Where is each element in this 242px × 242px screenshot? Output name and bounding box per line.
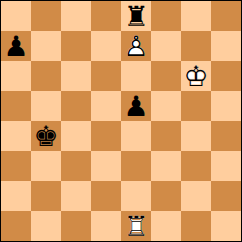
square-d4[interactable] bbox=[91, 121, 121, 151]
square-c4[interactable] bbox=[61, 121, 91, 151]
square-a5[interactable] bbox=[1, 91, 31, 121]
square-b5[interactable] bbox=[31, 91, 61, 121]
square-d5[interactable] bbox=[91, 91, 121, 121]
square-d3[interactable] bbox=[91, 151, 121, 181]
piece-white-rook-e1[interactable]: ♜♖ bbox=[121, 211, 151, 241]
square-c3[interactable] bbox=[61, 151, 91, 181]
black-pawn-icon: ♟ bbox=[1, 31, 31, 61]
piece-black-pawn-a7[interactable]: ♟ bbox=[1, 31, 31, 61]
square-c7[interactable] bbox=[61, 31, 91, 61]
square-f4[interactable] bbox=[151, 121, 181, 151]
square-a6[interactable] bbox=[1, 61, 31, 91]
square-b6[interactable] bbox=[31, 61, 61, 91]
square-a4[interactable] bbox=[1, 121, 31, 151]
square-g6[interactable]: ♚♔ bbox=[181, 61, 211, 91]
square-e6[interactable] bbox=[121, 61, 151, 91]
piece-black-rook-e8[interactable]: ♜ bbox=[121, 1, 151, 31]
square-h3[interactable] bbox=[211, 151, 241, 181]
square-g8[interactable] bbox=[181, 1, 211, 31]
square-b1[interactable] bbox=[31, 211, 61, 241]
square-d6[interactable] bbox=[91, 61, 121, 91]
square-g1[interactable] bbox=[181, 211, 211, 241]
square-d1[interactable] bbox=[91, 211, 121, 241]
black-rook-icon: ♜ bbox=[121, 1, 151, 31]
square-c1[interactable] bbox=[61, 211, 91, 241]
square-d8[interactable] bbox=[91, 1, 121, 31]
square-g5[interactable] bbox=[181, 91, 211, 121]
square-a3[interactable] bbox=[1, 151, 31, 181]
black-king-icon: ♚ bbox=[31, 121, 61, 151]
chess-board: ♜♟♟♙♚♔♟♚♜♖ bbox=[0, 0, 242, 242]
white-king-outline-icon: ♔ bbox=[181, 61, 211, 91]
square-h6[interactable] bbox=[211, 61, 241, 91]
square-f1[interactable] bbox=[151, 211, 181, 241]
square-g2[interactable] bbox=[181, 181, 211, 211]
square-e4[interactable] bbox=[121, 121, 151, 151]
piece-white-king-g6[interactable]: ♚♔ bbox=[181, 61, 211, 91]
square-f3[interactable] bbox=[151, 151, 181, 181]
square-b3[interactable] bbox=[31, 151, 61, 181]
white-rook-outline-icon: ♖ bbox=[121, 211, 151, 241]
square-g7[interactable] bbox=[181, 31, 211, 61]
square-a1[interactable] bbox=[1, 211, 31, 241]
square-e5[interactable]: ♟ bbox=[121, 91, 151, 121]
square-f5[interactable] bbox=[151, 91, 181, 121]
square-c8[interactable] bbox=[61, 1, 91, 31]
square-e2[interactable] bbox=[121, 181, 151, 211]
square-f2[interactable] bbox=[151, 181, 181, 211]
white-pawn-outline-icon: ♙ bbox=[121, 31, 151, 61]
square-c6[interactable] bbox=[61, 61, 91, 91]
piece-white-pawn-e7[interactable]: ♟♙ bbox=[121, 31, 151, 61]
square-g4[interactable] bbox=[181, 121, 211, 151]
square-b7[interactable] bbox=[31, 31, 61, 61]
square-e3[interactable] bbox=[121, 151, 151, 181]
square-b2[interactable] bbox=[31, 181, 61, 211]
square-e7[interactable]: ♟♙ bbox=[121, 31, 151, 61]
square-f8[interactable] bbox=[151, 1, 181, 31]
square-h2[interactable] bbox=[211, 181, 241, 211]
square-a8[interactable] bbox=[1, 1, 31, 31]
square-d7[interactable] bbox=[91, 31, 121, 61]
square-c2[interactable] bbox=[61, 181, 91, 211]
square-f6[interactable] bbox=[151, 61, 181, 91]
square-e8[interactable]: ♜ bbox=[121, 1, 151, 31]
square-f7[interactable] bbox=[151, 31, 181, 61]
square-b4[interactable]: ♚ bbox=[31, 121, 61, 151]
square-e1[interactable]: ♜♖ bbox=[121, 211, 151, 241]
square-b8[interactable] bbox=[31, 1, 61, 31]
piece-black-king-b4[interactable]: ♚ bbox=[31, 121, 61, 151]
black-pawn-icon: ♟ bbox=[121, 91, 151, 121]
square-a7[interactable]: ♟ bbox=[1, 31, 31, 61]
square-h7[interactable] bbox=[211, 31, 241, 61]
square-d2[interactable] bbox=[91, 181, 121, 211]
piece-black-pawn-e5[interactable]: ♟ bbox=[121, 91, 151, 121]
square-h1[interactable] bbox=[211, 211, 241, 241]
square-c5[interactable] bbox=[61, 91, 91, 121]
square-g3[interactable] bbox=[181, 151, 211, 181]
square-h8[interactable] bbox=[211, 1, 241, 31]
square-a2[interactable] bbox=[1, 181, 31, 211]
square-h4[interactable] bbox=[211, 121, 241, 151]
square-h5[interactable] bbox=[211, 91, 241, 121]
